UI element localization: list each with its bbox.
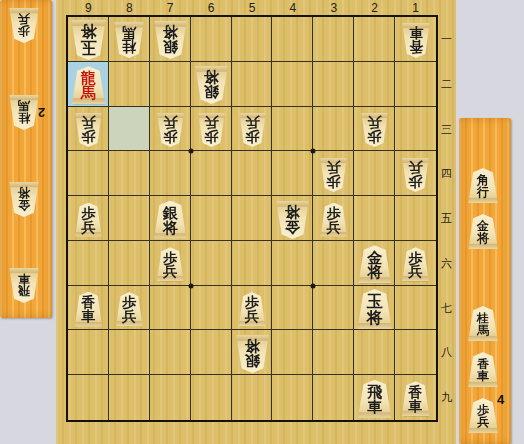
board-cell-2-5[interactable] (354, 196, 395, 241)
board-cell-3-6[interactable] (313, 241, 354, 286)
captured-count-knight: 2 (38, 105, 45, 120)
shogi-board[interactable]: 玉将桂馬銀将香車龍馬銀将歩兵歩兵歩兵歩兵歩兵歩兵歩兵歩兵銀将金将歩兵歩兵金将歩兵… (66, 15, 438, 422)
file-label-8: 8 (109, 1, 150, 15)
board-cell-5-4[interactable] (232, 151, 273, 196)
shogi-piece-gote-knight[interactable]: 桂馬 (9, 95, 39, 130)
board-cell-2-2[interactable] (354, 62, 395, 107)
file-label-7: 7 (150, 1, 191, 15)
board-cell-1-5[interactable] (395, 196, 436, 241)
board-cell-7-8[interactable] (150, 330, 191, 375)
rank-label-3: 三 (438, 107, 455, 152)
board-cell-6-8[interactable] (191, 330, 232, 375)
board-cell-3-2[interactable] (313, 62, 354, 107)
board-cell-6-5[interactable] (191, 196, 232, 241)
file-label-2: 2 (354, 1, 395, 15)
rank-label-5: 五 (438, 196, 455, 241)
shogi-piece-gote-rook[interactable]: 飛車 (9, 268, 39, 303)
board-cell-2-1[interactable] (354, 17, 395, 62)
file-label-5: 5 (232, 1, 273, 15)
board-cell-7-7[interactable] (150, 286, 191, 331)
board-cell-6-9[interactable] (191, 375, 232, 420)
file-label-4: 4 (272, 1, 313, 15)
board-cell-7-2[interactable] (150, 62, 191, 107)
file-label-6: 6 (191, 1, 232, 15)
board-cell-9-4[interactable] (68, 151, 109, 196)
file-label-3: 3 (313, 1, 354, 15)
board-cell-5-2[interactable] (232, 62, 273, 107)
rank-label-2: 二 (438, 62, 455, 107)
captured-count-pawn: 4 (497, 392, 504, 407)
board-cell-4-7[interactable] (272, 286, 313, 331)
board-cell-1-7[interactable] (395, 286, 436, 331)
board-cell-1-2[interactable] (395, 62, 436, 107)
sente-captured-tray: 角行金将桂馬香車歩兵4 (459, 118, 511, 444)
board-cell-1-8[interactable] (395, 330, 436, 375)
rank-label-7: 七 (438, 286, 455, 331)
board-cell-5-9[interactable] (232, 375, 273, 420)
board-cell-3-3[interactable] (313, 107, 354, 152)
board-cell-9-9[interactable] (68, 375, 109, 420)
rank-label-6: 六 (438, 241, 455, 286)
board-cell-2-4[interactable] (354, 151, 395, 196)
board-cell-6-1[interactable] (191, 17, 232, 62)
board-cell-5-5[interactable] (232, 196, 273, 241)
board-cell-4-8[interactable] (272, 330, 313, 375)
board-cell-9-6[interactable] (68, 241, 109, 286)
rank-label-4: 四 (438, 151, 455, 196)
shogi-piece-sente-pawn[interactable]: 歩兵 (468, 398, 498, 433)
shogi-piece-sente-gold[interactable]: 金将 (468, 214, 498, 249)
board-cell-6-4[interactable] (191, 151, 232, 196)
board-cell-4-3[interactable] (272, 107, 313, 152)
board-cell-8-8[interactable] (109, 330, 150, 375)
board-cell-8-9[interactable] (109, 375, 150, 420)
rank-label-9: 九 (438, 375, 455, 420)
star-point (188, 283, 193, 288)
board-cell-3-9[interactable] (313, 375, 354, 420)
board-cell-5-6[interactable] (232, 241, 273, 286)
file-label-9: 9 (68, 1, 109, 15)
board-cell-6-6[interactable] (191, 241, 232, 286)
shogi-app-window: 987654321 一二三四五六七八九 玉将桂馬銀将香車龍馬銀将歩兵歩兵歩兵歩兵… (0, 0, 524, 444)
board-cell-8-5[interactable] (109, 196, 150, 241)
shogi-piece-sente-knight[interactable]: 桂馬 (468, 306, 498, 341)
board-cell-8-6[interactable] (109, 241, 150, 286)
board-cell-8-3[interactable] (109, 107, 150, 152)
board-cell-8-2[interactable] (109, 62, 150, 107)
star-point (311, 283, 316, 288)
board-cell-3-8[interactable] (313, 330, 354, 375)
gote-captured-tray: 歩兵桂馬2金将飛車 (0, 0, 52, 318)
shogi-piece-sente-lance[interactable]: 香車 (468, 352, 498, 387)
star-point (188, 149, 193, 154)
board-cell-7-4[interactable] (150, 151, 191, 196)
file-label-1: 1 (395, 1, 436, 15)
board-cell-1-3[interactable] (395, 107, 436, 152)
board-cell-9-8[interactable] (68, 330, 109, 375)
board-cell-6-7[interactable] (191, 286, 232, 331)
board-cell-3-1[interactable] (313, 17, 354, 62)
board-cell-7-9[interactable] (150, 375, 191, 420)
board-cell-8-4[interactable] (109, 151, 150, 196)
board-cell-4-9[interactable] (272, 375, 313, 420)
star-point (311, 149, 316, 154)
board-cell-2-8[interactable] (354, 330, 395, 375)
board-cell-4-6[interactable] (272, 241, 313, 286)
rank-label-8: 八 (438, 330, 455, 375)
board-cell-3-7[interactable] (313, 286, 354, 331)
board-cell-4-4[interactable] (272, 151, 313, 196)
board-cell-4-2[interactable] (272, 62, 313, 107)
board-cell-4-1[interactable] (272, 17, 313, 62)
rank-label-1: 一 (438, 17, 455, 62)
shogi-piece-sente-bishop[interactable]: 角行 (468, 168, 498, 203)
shogi-piece-gote-gold[interactable]: 金将 (9, 182, 39, 217)
shogi-piece-gote-pawn[interactable]: 歩兵 (9, 8, 39, 43)
board-cell-5-1[interactable] (232, 17, 273, 62)
